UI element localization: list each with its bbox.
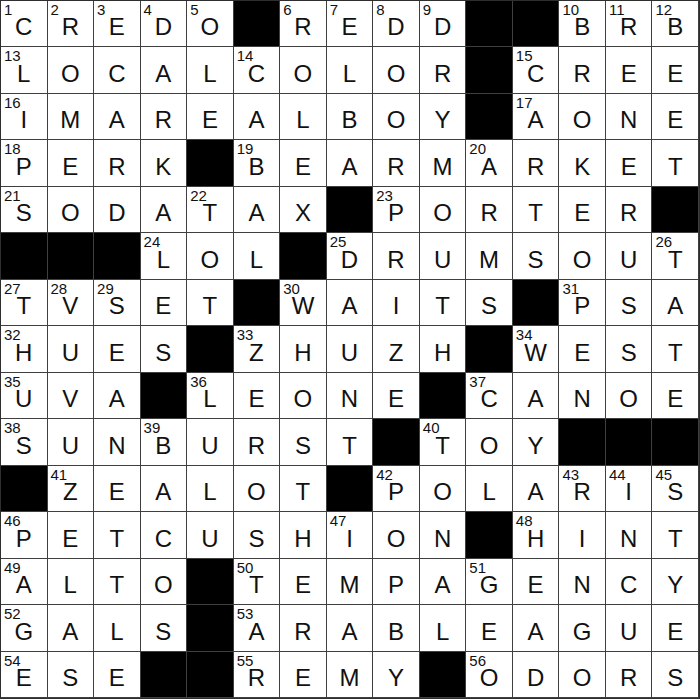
cell-letter: C	[1, 15, 47, 39]
cell-letter: T	[187, 201, 233, 225]
cell-letter: M	[327, 666, 373, 690]
cell-r9c3[interactable]: A	[94, 373, 141, 419]
cell-r9c9[interactable]: E	[373, 373, 420, 419]
cell-r12c4[interactable]: C	[141, 512, 188, 558]
black-square	[1, 233, 48, 279]
cell-r3c7[interactable]: L	[280, 94, 327, 140]
cell-letter: U	[1, 387, 47, 411]
cell-r15c12[interactable]: D	[513, 652, 560, 698]
cell-letter: N	[420, 527, 466, 551]
cell-r6c10[interactable]: U	[420, 233, 467, 279]
cell-r15c7[interactable]: E	[280, 652, 327, 698]
cell-letter: A	[327, 620, 373, 644]
cell-letter: T	[234, 573, 280, 597]
cell-r15c14[interactable]: R	[606, 652, 653, 698]
cell-letter: D	[420, 15, 466, 39]
cell-r8c13[interactable]: E	[559, 326, 606, 372]
cell-r12c14[interactable]: N	[606, 512, 653, 558]
cell-r5c1[interactable]: 21S	[1, 187, 48, 233]
cell-r3c4[interactable]: R	[141, 94, 188, 140]
cell-letter: H	[1, 341, 47, 365]
cell-r11c2[interactable]: 41Z	[48, 466, 95, 512]
cell-r7c4[interactable]: E	[141, 280, 188, 326]
cell-letter: L	[48, 573, 94, 597]
cell-r2c13[interactable]: R	[559, 47, 606, 93]
cell-r1c5[interactable]: 5O	[187, 1, 234, 47]
cell-r15c6[interactable]: 55R	[234, 652, 281, 698]
cell-r13c2[interactable]: L	[48, 559, 95, 605]
cell-r4c1[interactable]: 18P	[1, 140, 48, 186]
cell-r11c5[interactable]: L	[187, 466, 234, 512]
cell-letter: O	[466, 666, 512, 690]
cell-letter: T	[652, 155, 698, 179]
cell-r9c13[interactable]: N	[559, 373, 606, 419]
cell-letter: E	[559, 201, 605, 225]
cell-r5c11[interactable]: R	[466, 187, 513, 233]
cell-letter: R	[466, 201, 512, 225]
cell-r2c12[interactable]: 15C	[513, 47, 560, 93]
cell-r4c10[interactable]: M	[420, 140, 467, 186]
cell-letter: T	[1, 294, 47, 318]
cell-r11c12[interactable]: A	[513, 466, 560, 512]
cell-r15c15[interactable]: S	[652, 652, 699, 698]
cell-letter: E	[373, 387, 419, 411]
cell-r2c6[interactable]: 14C	[234, 47, 281, 93]
cell-letter: E	[652, 108, 698, 132]
cell-r15c8[interactable]: M	[327, 652, 374, 698]
cell-r13c7[interactable]: E	[280, 559, 327, 605]
cell-r4c11[interactable]: 20A	[466, 140, 513, 186]
cell-r5c14[interactable]: R	[606, 187, 653, 233]
cell-r12c2[interactable]: E	[48, 512, 95, 558]
cell-r12c8[interactable]: 47I	[327, 512, 374, 558]
cell-r13c13[interactable]: N	[559, 559, 606, 605]
cell-r13c14[interactable]: C	[606, 559, 653, 605]
cell-letter: A	[513, 480, 559, 504]
cell-r6c12[interactable]: S	[513, 233, 560, 279]
cell-r10c3[interactable]: N	[94, 419, 141, 465]
cell-r5c10[interactable]: O	[420, 187, 467, 233]
cell-letter: A	[48, 620, 94, 644]
cell-letter: E	[187, 108, 233, 132]
cell-letter: R	[513, 155, 559, 179]
cell-r1c3[interactable]: 3E	[94, 1, 141, 47]
cell-r11c15[interactable]: 45S	[652, 466, 699, 512]
cell-r12c6[interactable]: S	[234, 512, 281, 558]
cell-r10c5[interactable]: U	[187, 419, 234, 465]
cell-r7c3[interactable]: 29S	[94, 280, 141, 326]
cell-letter: H	[280, 341, 326, 365]
cell-letter: O	[373, 108, 419, 132]
cell-r10c10[interactable]: 40T	[420, 419, 467, 465]
cell-r14c1[interactable]: 52G	[1, 605, 48, 651]
black-square	[420, 373, 467, 419]
cell-r14c4[interactable]: S	[141, 605, 188, 651]
cell-r11c3[interactable]: E	[94, 466, 141, 512]
cell-r11c11[interactable]: L	[466, 466, 513, 512]
cell-letter: S	[1, 201, 47, 225]
cell-r8c15[interactable]: T	[652, 326, 699, 372]
cell-r13c10[interactable]: A	[420, 559, 467, 605]
cell-r9c5[interactable]: 36L	[187, 373, 234, 419]
cell-r2c3[interactable]: C	[94, 47, 141, 93]
cell-r7c8[interactable]: A	[327, 280, 374, 326]
cell-r5c3[interactable]: D	[94, 187, 141, 233]
cell-r2c5[interactable]: L	[187, 47, 234, 93]
cell-letter: E	[606, 155, 652, 179]
cell-letter: C	[606, 573, 652, 597]
cell-letter: L	[187, 387, 233, 411]
cell-r3c14[interactable]: N	[606, 94, 653, 140]
cell-letter: O	[559, 108, 605, 132]
cell-r6c5[interactable]: O	[187, 233, 234, 279]
cell-r10c6[interactable]: R	[234, 419, 281, 465]
cell-letter: P	[373, 573, 419, 597]
cell-r8c12[interactable]: 34W	[513, 326, 560, 372]
cell-r9c2[interactable]: V	[48, 373, 95, 419]
cell-r8c9[interactable]: Z	[373, 326, 420, 372]
cell-r5c9[interactable]: 23P	[373, 187, 420, 233]
cell-letter: O	[187, 15, 233, 39]
cell-r3c8[interactable]: B	[327, 94, 374, 140]
cell-r6c9[interactable]: R	[373, 233, 420, 279]
cell-r1c1[interactable]: 1C	[1, 1, 48, 47]
cell-r7c2[interactable]: 28V	[48, 280, 95, 326]
cell-r9c8[interactable]: N	[327, 373, 374, 419]
cell-r15c11[interactable]: 56O	[466, 652, 513, 698]
cell-r1c9[interactable]: 8D	[373, 1, 420, 47]
cell-r14c11[interactable]: E	[466, 605, 513, 651]
cell-letter: E	[327, 15, 373, 39]
cell-letter: E	[94, 341, 140, 365]
cell-r2c8[interactable]: L	[327, 47, 374, 93]
cell-r11c14[interactable]: 44I	[606, 466, 653, 512]
cell-r2c7[interactable]: O	[280, 47, 327, 93]
cell-letter: N	[606, 108, 652, 132]
cell-r7c10[interactable]: T	[420, 280, 467, 326]
cell-r1c14[interactable]: 11R	[606, 1, 653, 47]
cell-letter: K	[141, 155, 187, 179]
cell-r4c14[interactable]: E	[606, 140, 653, 186]
cell-r12c10[interactable]: N	[420, 512, 467, 558]
cell-r6c14[interactable]: U	[606, 233, 653, 279]
cell-letter: B	[141, 434, 187, 458]
cell-letter: Z	[48, 480, 94, 504]
cell-r6c6[interactable]: L	[234, 233, 281, 279]
cell-letter: N	[94, 434, 140, 458]
cell-r4c4[interactable]: K	[141, 140, 188, 186]
cell-letter: Y	[652, 573, 698, 597]
cell-r2c15[interactable]: E	[652, 47, 699, 93]
cell-r8c7[interactable]: H	[280, 326, 327, 372]
cell-r6c13[interactable]: O	[559, 233, 606, 279]
cell-r10c8[interactable]: T	[327, 419, 374, 465]
cell-letter: T	[652, 248, 698, 272]
cell-r13c9[interactable]: P	[373, 559, 420, 605]
cell-r12c5[interactable]: U	[187, 512, 234, 558]
cell-r13c8[interactable]: M	[327, 559, 374, 605]
cell-letter: N	[559, 573, 605, 597]
cell-r5c12[interactable]: T	[513, 187, 560, 233]
cell-letter: O	[48, 62, 94, 86]
cell-letter: B	[234, 155, 280, 179]
cell-r8c6[interactable]: 33Z	[234, 326, 281, 372]
cell-r1c10[interactable]: 9D	[420, 1, 467, 47]
cell-r3c1[interactable]: 16I	[1, 94, 48, 140]
cell-letter: S	[466, 294, 512, 318]
cell-r10c2[interactable]: U	[48, 419, 95, 465]
cell-letter: E	[94, 480, 140, 504]
cell-r8c1[interactable]: 32H	[1, 326, 48, 372]
cell-letter: N	[327, 387, 373, 411]
cell-letter: E	[141, 294, 187, 318]
cell-r2c1[interactable]: 13L	[1, 47, 48, 93]
cell-r7c7[interactable]: 30W	[280, 280, 327, 326]
cell-letter: G	[559, 620, 605, 644]
cell-r13c6[interactable]: 50T	[234, 559, 281, 605]
cell-letter: A	[652, 294, 698, 318]
cell-letter: D	[141, 15, 187, 39]
cell-letter: E	[513, 573, 559, 597]
cell-r10c12[interactable]: Y	[513, 419, 560, 465]
cell-letter: O	[373, 62, 419, 86]
cell-letter: E	[48, 155, 94, 179]
cell-letter: S	[513, 248, 559, 272]
cell-letter: T	[280, 480, 326, 504]
cell-r5c7[interactable]: X	[280, 187, 327, 233]
cell-r8c3[interactable]: E	[94, 326, 141, 372]
cell-r14c8[interactable]: A	[327, 605, 374, 651]
cell-r1c4[interactable]: 4D	[141, 1, 188, 47]
cell-r14c14[interactable]: U	[606, 605, 653, 651]
cell-letter: I	[559, 527, 605, 551]
cell-r4c13[interactable]: K	[559, 140, 606, 186]
cell-r13c3[interactable]: T	[94, 559, 141, 605]
cell-letter: U	[187, 434, 233, 458]
cell-r9c12[interactable]: A	[513, 373, 560, 419]
cell-r11c13[interactable]: 43R	[559, 466, 606, 512]
cell-letter: N	[606, 527, 652, 551]
cell-r12c12[interactable]: 48H	[513, 512, 560, 558]
cell-letter: B	[327, 108, 373, 132]
cell-r14c15[interactable]: E	[652, 605, 699, 651]
cell-r7c5[interactable]: T	[187, 280, 234, 326]
cell-r7c1[interactable]: 27T	[1, 280, 48, 326]
black-square	[420, 652, 467, 698]
cell-r10c4[interactable]: 39B	[141, 419, 188, 465]
cell-letter: T	[420, 434, 466, 458]
cell-r7c15[interactable]: A	[652, 280, 699, 326]
cell-letter: E	[652, 62, 698, 86]
cell-letter: H	[513, 527, 559, 551]
cell-r11c10[interactable]: O	[420, 466, 467, 512]
cell-r3c12[interactable]: 17A	[513, 94, 560, 140]
black-square	[187, 140, 234, 186]
cell-letter: C	[141, 527, 187, 551]
cell-r9c7[interactable]: O	[280, 373, 327, 419]
cell-letter: T	[420, 294, 466, 318]
black-square	[141, 652, 188, 698]
cell-r9c6[interactable]: E	[234, 373, 281, 419]
cell-letter: L	[420, 620, 466, 644]
cell-r12c7[interactable]: H	[280, 512, 327, 558]
black-square	[466, 1, 513, 47]
cell-r11c7[interactable]: T	[280, 466, 327, 512]
black-square	[559, 419, 606, 465]
cell-r15c1[interactable]: 54E	[1, 652, 48, 698]
cell-r15c9[interactable]: Y	[373, 652, 420, 698]
cell-r8c2[interactable]: U	[48, 326, 95, 372]
black-square	[466, 512, 513, 558]
cell-r13c1[interactable]: 49A	[1, 559, 48, 605]
cell-r2c10[interactable]: R	[420, 47, 467, 93]
cell-r3c5[interactable]: E	[187, 94, 234, 140]
cell-r12c1[interactable]: 46P	[1, 512, 48, 558]
cell-letter: S	[94, 294, 140, 318]
black-square	[513, 280, 560, 326]
cell-letter: R	[234, 666, 280, 690]
cell-r4c2[interactable]: E	[48, 140, 95, 186]
cell-r11c6[interactable]: O	[234, 466, 281, 512]
cell-r4c15[interactable]: T	[652, 140, 699, 186]
cell-r11c4[interactable]: A	[141, 466, 188, 512]
cell-letter: R	[420, 62, 466, 86]
cell-r12c3[interactable]: T	[94, 512, 141, 558]
cell-letter: S	[234, 527, 280, 551]
cell-r14c13[interactable]: G	[559, 605, 606, 651]
cell-r13c15[interactable]: Y	[652, 559, 699, 605]
cell-letter: R	[48, 15, 94, 39]
cell-letter: K	[559, 155, 605, 179]
cell-r5c5[interactable]: 22T	[187, 187, 234, 233]
cell-r14c3[interactable]: L	[94, 605, 141, 651]
cell-r14c2[interactable]: A	[48, 605, 95, 651]
cell-r4c3[interactable]: R	[94, 140, 141, 186]
cell-r3c3[interactable]: A	[94, 94, 141, 140]
cell-letter: R	[559, 62, 605, 86]
cell-r4c12[interactable]: R	[513, 140, 560, 186]
cell-r5c6[interactable]: A	[234, 187, 281, 233]
cell-r5c13[interactable]: E	[559, 187, 606, 233]
cell-r10c1[interactable]: 38S	[1, 419, 48, 465]
cell-r14c6[interactable]: 53A	[234, 605, 281, 651]
cell-r14c9[interactable]: B	[373, 605, 420, 651]
cell-r3c13[interactable]: O	[559, 94, 606, 140]
cell-r2c14[interactable]: E	[606, 47, 653, 93]
crossword-board: 1C2R3E4D5O6R7E8D9D10B11R12B13LOCAL14COLO…	[0, 0, 700, 699]
cell-r10c11[interactable]: O	[466, 419, 513, 465]
cell-letter: U	[48, 434, 94, 458]
cell-letter: L	[141, 248, 187, 272]
cell-r9c1[interactable]: 35U	[1, 373, 48, 419]
cell-r3c2[interactable]: M	[48, 94, 95, 140]
cell-r12c13[interactable]: I	[559, 512, 606, 558]
cell-r9c14[interactable]: O	[606, 373, 653, 419]
cell-r14c7[interactable]: R	[280, 605, 327, 651]
cell-letter: O	[280, 387, 326, 411]
cell-letter: S	[141, 341, 187, 365]
cell-r7c9[interactable]: I	[373, 280, 420, 326]
cell-r2c9[interactable]: O	[373, 47, 420, 93]
black-square	[187, 326, 234, 372]
cell-r1c15[interactable]: 12B	[652, 1, 699, 47]
cell-r14c10[interactable]: L	[420, 605, 467, 651]
cell-r3c10[interactable]: Y	[420, 94, 467, 140]
cell-r4c9[interactable]: R	[373, 140, 420, 186]
black-square	[1, 466, 48, 512]
cell-r15c3[interactable]: E	[94, 652, 141, 698]
cell-r7c13[interactable]: 31P	[559, 280, 606, 326]
cell-r8c10[interactable]: H	[420, 326, 467, 372]
cell-r3c15[interactable]: E	[652, 94, 699, 140]
cell-letter: U	[420, 248, 466, 272]
cell-r1c13[interactable]: 10B	[559, 1, 606, 47]
cell-letter: W	[280, 294, 326, 318]
cell-letter: A	[94, 387, 140, 411]
cell-r13c11[interactable]: 51G	[466, 559, 513, 605]
cell-r1c8[interactable]: 7E	[327, 1, 374, 47]
cell-letter: W	[513, 341, 559, 365]
cell-letter: O	[466, 434, 512, 458]
cell-r10c7[interactable]: S	[280, 419, 327, 465]
cell-r6c11[interactable]: M	[466, 233, 513, 279]
cell-r4c7[interactable]: E	[280, 140, 327, 186]
cell-r3c6[interactable]: A	[234, 94, 281, 140]
cell-r7c11[interactable]: S	[466, 280, 513, 326]
cell-r14c12[interactable]: A	[513, 605, 560, 651]
cell-letter: O	[559, 248, 605, 272]
cell-r9c15[interactable]: E	[652, 373, 699, 419]
cell-r7c14[interactable]: S	[606, 280, 653, 326]
cell-r12c15[interactable]: T	[652, 512, 699, 558]
cell-r8c8[interactable]: U	[327, 326, 374, 372]
cell-letter: R	[280, 620, 326, 644]
cell-r2c2[interactable]: O	[48, 47, 95, 93]
cell-r13c4[interactable]: O	[141, 559, 188, 605]
cell-r8c14[interactable]: S	[606, 326, 653, 372]
cell-r13c12[interactable]: E	[513, 559, 560, 605]
cell-letter: O	[48, 201, 94, 225]
cell-r6c8[interactable]: 25D	[327, 233, 374, 279]
cell-r4c6[interactable]: 19B	[234, 140, 281, 186]
cell-letter: B	[652, 15, 698, 39]
cell-letter: U	[606, 620, 652, 644]
cell-letter: T	[513, 201, 559, 225]
cell-r1c2[interactable]: 2R	[48, 1, 95, 47]
cell-r15c2[interactable]: S	[48, 652, 95, 698]
cell-r8c4[interactable]: S	[141, 326, 188, 372]
cell-r5c4[interactable]: A	[141, 187, 188, 233]
cell-letter: A	[141, 62, 187, 86]
cell-r2c4[interactable]: A	[141, 47, 188, 93]
cell-r1c7[interactable]: 6R	[280, 1, 327, 47]
cell-letter: U	[48, 341, 94, 365]
cell-letter: L	[187, 480, 233, 504]
cell-r3c9[interactable]: O	[373, 94, 420, 140]
cell-r11c9[interactable]: 42P	[373, 466, 420, 512]
cell-letter: P	[1, 527, 47, 551]
cell-letter: T	[327, 434, 373, 458]
cell-r6c4[interactable]: 24L	[141, 233, 188, 279]
cell-r15c13[interactable]: O	[559, 652, 606, 698]
cell-r12c9[interactable]: O	[373, 512, 420, 558]
black-square	[187, 559, 234, 605]
cell-r5c2[interactable]: O	[48, 187, 95, 233]
cell-r4c8[interactable]: A	[327, 140, 374, 186]
cell-r6c15[interactable]: 26T	[652, 233, 699, 279]
cell-r9c11[interactable]: 37C	[466, 373, 513, 419]
black-square	[466, 47, 513, 93]
